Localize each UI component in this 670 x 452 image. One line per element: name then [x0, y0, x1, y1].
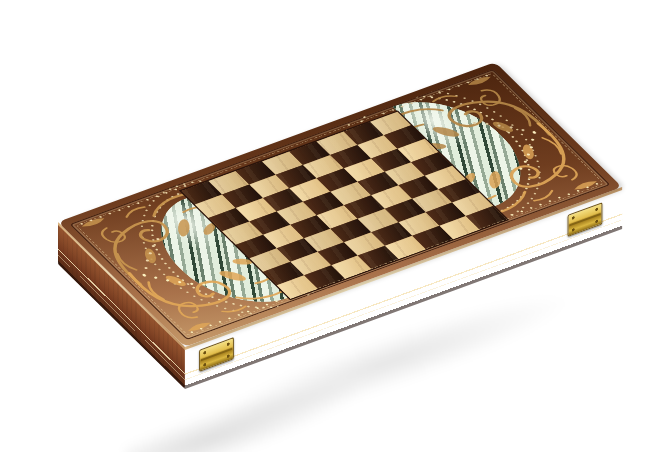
brass-latch-left [199, 337, 234, 372]
brass-latch-right [568, 202, 603, 237]
product-photo-scene [0, 0, 670, 452]
